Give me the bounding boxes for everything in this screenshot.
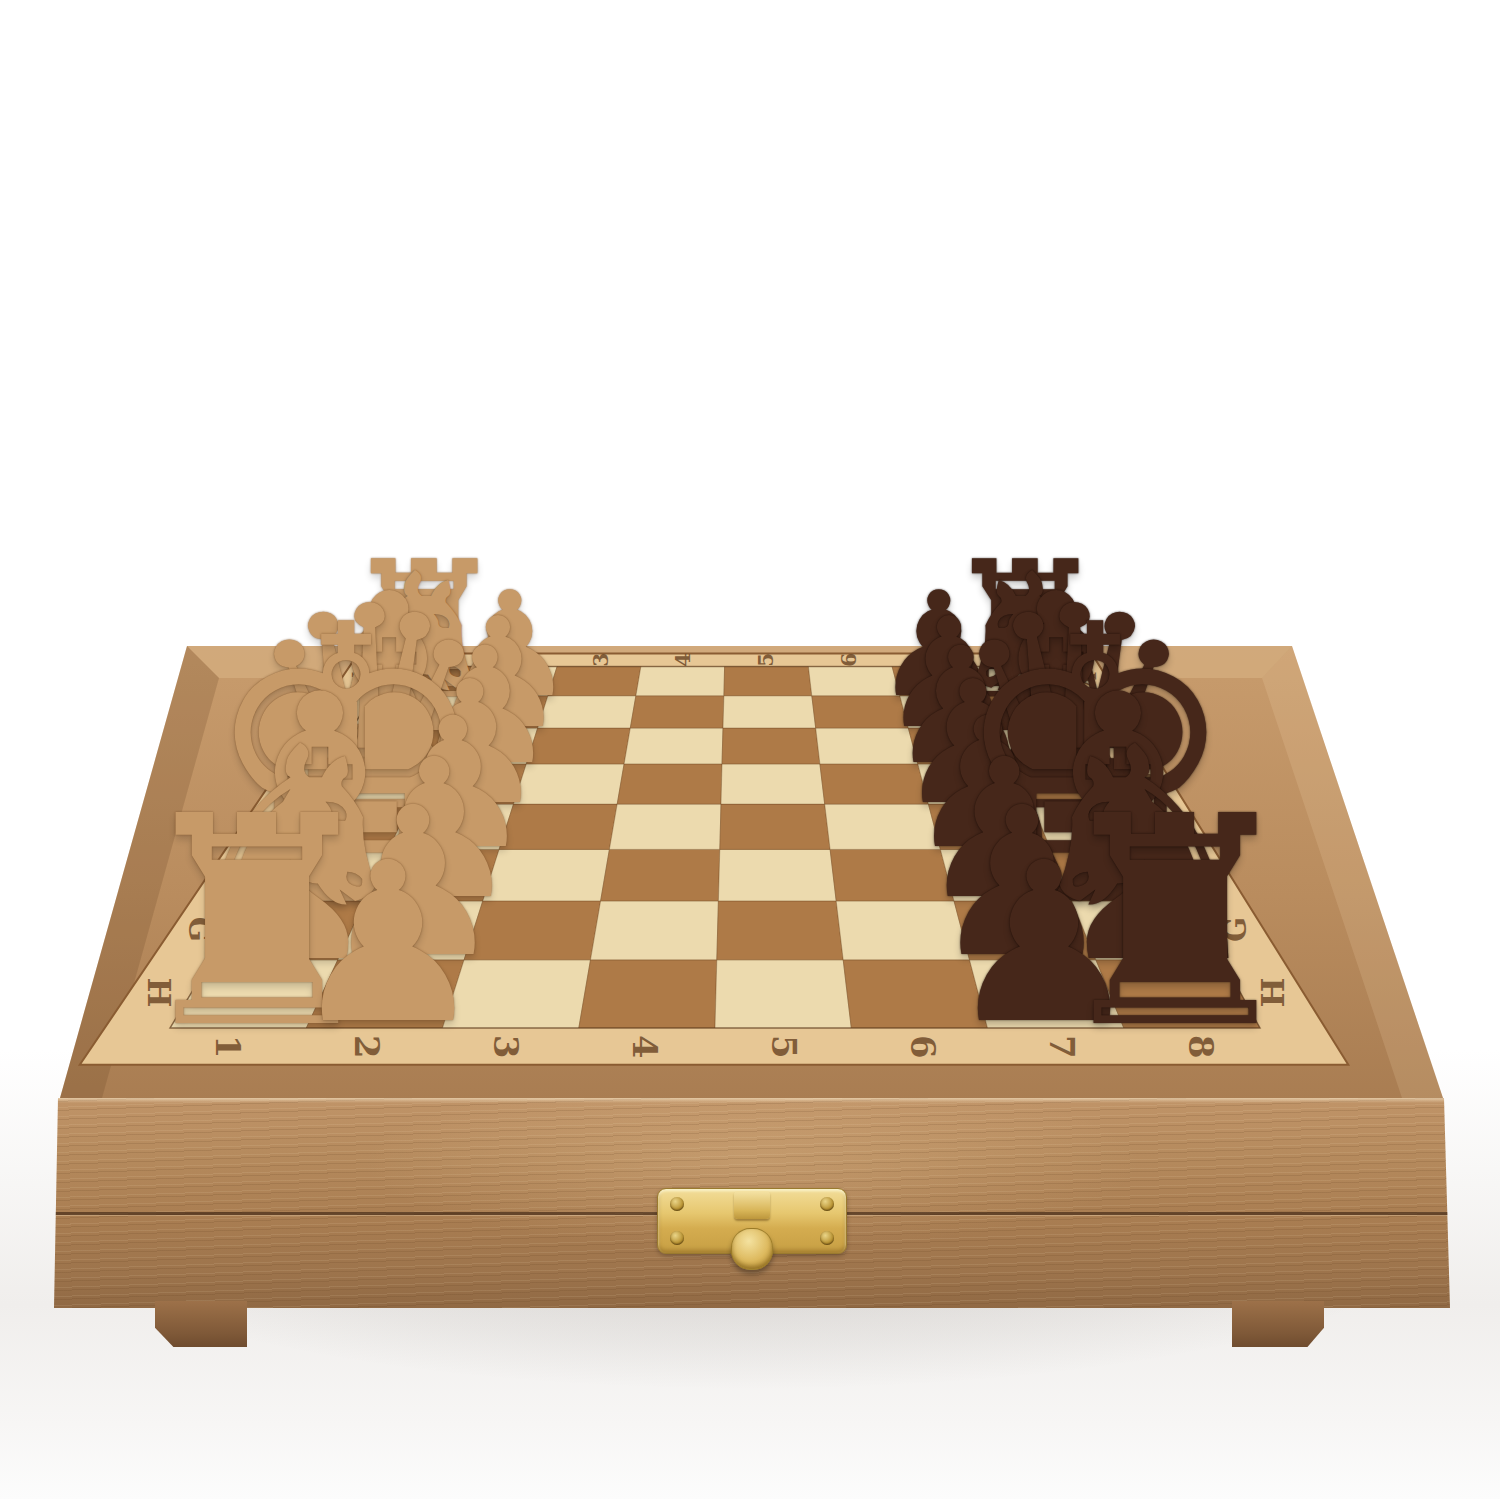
- piece-white-pawn: ♟: [289, 833, 487, 1054]
- pieces-layer: ♜♟♟♜♞♟♟♞♝♟♟♝♛♟♟♛♚♟♟♚♝♟♟♝♞♟♟♞♜♟♟♜: [0, 0, 1500, 1499]
- piece-black-rook: ♜: [1045, 779, 1304, 1068]
- chess-set-photo-scene: 1234567812345678HGFEDCBAHGFEDCBA ♜♟♟♜♞♟♟…: [0, 0, 1500, 1499]
